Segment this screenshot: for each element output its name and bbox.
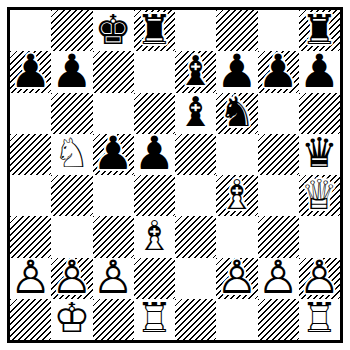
square-c6[interactable] (93, 93, 134, 134)
white-pawn-h2[interactable]: ♟♙ (299, 258, 340, 299)
black-king-c8-glyph: ♚ (95, 10, 132, 50)
white-bishop-f4[interactable]: ♝♗ (216, 175, 257, 216)
black-queen-h5-fill: ♛ (301, 134, 338, 174)
white-king-b1-fill: ♚ (53, 299, 90, 339)
square-d5[interactable]: ♟♟ (134, 134, 175, 175)
black-pawn-c5-fill: ♟ (93, 134, 134, 175)
square-d7[interactable] (134, 51, 175, 92)
square-d1[interactable]: ♜♖ (134, 299, 175, 340)
white-rook-h1[interactable]: ♜♖ (299, 299, 340, 340)
square-d2[interactable] (134, 258, 175, 299)
white-pawn-g2-fill: ♟ (258, 258, 299, 299)
black-pawn-c5-glyph: ♟ (93, 134, 134, 175)
square-b7[interactable]: ♟♟ (51, 51, 92, 92)
white-pawn-a2-glyph: ♙ (10, 258, 51, 299)
square-a1[interactable] (10, 299, 51, 340)
square-d6[interactable] (134, 93, 175, 134)
black-pawn-a7[interactable]: ♟♟ (10, 51, 51, 92)
square-c4[interactable] (93, 175, 134, 216)
black-queen-h5-glyph: ♛ (301, 134, 338, 174)
white-rook-h1-fill: ♜ (301, 299, 338, 339)
square-e6[interactable]: ♝♝ (175, 93, 216, 134)
square-b3[interactable] (51, 216, 92, 257)
square-c8[interactable]: ♚♚ (93, 10, 134, 51)
black-pawn-b7-fill: ♟ (51, 51, 92, 92)
white-pawn-c2-glyph: ♙ (93, 258, 134, 299)
white-pawn-b2[interactable]: ♟♙ (51, 258, 92, 299)
white-knight-b5[interactable]: ♞♘ (51, 134, 92, 175)
square-h1[interactable]: ♜♖ (299, 299, 340, 340)
square-f1[interactable] (216, 299, 257, 340)
black-pawn-h7[interactable]: ♟♟ (299, 51, 340, 92)
square-e4[interactable] (175, 175, 216, 216)
black-pawn-a7-glyph: ♟ (10, 51, 51, 92)
square-f8[interactable] (216, 10, 257, 51)
black-pawn-h7-glyph: ♟ (299, 51, 340, 92)
square-e2[interactable] (175, 258, 216, 299)
square-g3[interactable] (258, 216, 299, 257)
white-pawn-a2-fill: ♟ (10, 258, 51, 299)
chess-board-diagram: ♚♚♜♜♜♜♟♟♟♟♝♝♟♟♟♟♟♟♝♝♞♞♞♘♟♟♟♟♛♛♝♗♛♕♝♗♟♙♟♙… (7, 7, 343, 343)
square-a5[interactable] (10, 134, 51, 175)
square-c3[interactable] (93, 216, 134, 257)
white-pawn-f2[interactable]: ♟♙ (216, 258, 257, 299)
square-h7[interactable]: ♟♟ (299, 51, 340, 92)
black-king-c8-fill: ♚ (95, 10, 132, 50)
black-pawn-f7[interactable]: ♟♟ (216, 51, 257, 92)
white-bishop-f4-glyph: ♗ (218, 175, 255, 215)
square-g5[interactable] (258, 134, 299, 175)
square-f2[interactable]: ♟♙ (216, 258, 257, 299)
white-bishop-d3-glyph: ♗ (136, 216, 173, 256)
white-bishop-d3-fill: ♝ (136, 216, 173, 256)
black-pawn-g7[interactable]: ♟♟ (258, 51, 299, 92)
square-d4[interactable] (134, 175, 175, 216)
white-rook-d1-glyph: ♖ (136, 299, 173, 339)
black-pawn-f7-glyph: ♟ (216, 51, 257, 92)
white-rook-d1[interactable]: ♜♖ (134, 299, 175, 340)
square-g6[interactable] (258, 93, 299, 134)
square-f6[interactable]: ♞♞ (216, 93, 257, 134)
black-bishop-e6-fill: ♝ (177, 93, 214, 133)
square-g2[interactable]: ♟♙ (258, 258, 299, 299)
square-e8[interactable] (175, 10, 216, 51)
square-b4[interactable] (51, 175, 92, 216)
square-a8[interactable] (10, 10, 51, 51)
square-h3[interactable] (299, 216, 340, 257)
square-g7[interactable]: ♟♟ (258, 51, 299, 92)
square-b6[interactable] (51, 93, 92, 134)
black-bishop-e6-glyph: ♝ (177, 93, 214, 133)
square-a4[interactable] (10, 175, 51, 216)
white-rook-d1-fill: ♜ (136, 299, 173, 339)
square-h2[interactable]: ♟♙ (299, 258, 340, 299)
black-pawn-d5[interactable]: ♟♟ (134, 134, 175, 175)
black-knight-f6-glyph: ♞ (218, 93, 255, 133)
square-c1[interactable] (93, 299, 134, 340)
white-pawn-g2-glyph: ♙ (258, 258, 299, 299)
black-pawn-b7-glyph: ♟ (51, 51, 92, 92)
square-b8[interactable] (51, 10, 92, 51)
black-rook-h8-fill: ♜ (301, 10, 338, 50)
black-pawn-g7-glyph: ♟ (258, 51, 299, 92)
black-pawn-f7-fill: ♟ (216, 51, 257, 92)
black-bishop-e7[interactable]: ♝♝ (175, 51, 216, 92)
square-d8[interactable]: ♜♜ (134, 10, 175, 51)
square-a7[interactable]: ♟♟ (10, 51, 51, 92)
white-pawn-c2[interactable]: ♟♙ (93, 258, 134, 299)
white-king-b1[interactable]: ♚♔ (51, 299, 92, 340)
square-e1[interactable] (175, 299, 216, 340)
square-c7[interactable] (93, 51, 134, 92)
black-pawn-h7-fill: ♟ (299, 51, 340, 92)
white-pawn-h2-glyph: ♙ (299, 258, 340, 299)
white-bishop-d3[interactable]: ♝♗ (134, 216, 175, 257)
black-rook-h8-glyph: ♜ (301, 10, 338, 50)
square-f7[interactable]: ♟♟ (216, 51, 257, 92)
white-pawn-a2[interactable]: ♟♙ (10, 258, 51, 299)
black-pawn-d5-fill: ♟ (134, 134, 175, 175)
white-pawn-b2-glyph: ♙ (51, 258, 92, 299)
white-queen-h4[interactable]: ♛♕ (299, 175, 340, 216)
white-pawn-f2-fill: ♟ (216, 258, 257, 299)
white-king-b1-glyph: ♔ (53, 299, 90, 339)
white-pawn-c2-fill: ♟ (93, 258, 134, 299)
square-h8[interactable]: ♜♜ (299, 10, 340, 51)
black-bishop-e6[interactable]: ♝♝ (175, 93, 216, 134)
square-c5[interactable]: ♟♟ (93, 134, 134, 175)
black-rook-d8-glyph: ♜ (136, 10, 173, 50)
white-queen-h4-glyph: ♕ (301, 175, 338, 215)
square-b2[interactable]: ♟♙ (51, 258, 92, 299)
square-a6[interactable] (10, 93, 51, 134)
square-g4[interactable] (258, 175, 299, 216)
square-h5[interactable]: ♛♛ (299, 134, 340, 175)
black-rook-d8[interactable]: ♜♜ (134, 10, 175, 51)
square-d3[interactable]: ♝♗ (134, 216, 175, 257)
square-f4[interactable]: ♝♗ (216, 175, 257, 216)
white-knight-b5-glyph: ♘ (53, 134, 90, 174)
black-rook-d8-fill: ♜ (136, 10, 173, 50)
square-g1[interactable] (258, 299, 299, 340)
black-pawn-b7[interactable]: ♟♟ (51, 51, 92, 92)
white-pawn-b2-fill: ♟ (51, 258, 92, 299)
black-pawn-g7-fill: ♟ (258, 51, 299, 92)
square-b1[interactable]: ♚♔ (51, 299, 92, 340)
square-e3[interactable] (175, 216, 216, 257)
black-knight-f6-fill: ♞ (218, 93, 255, 133)
black-pawn-a7-fill: ♟ (10, 51, 51, 92)
black-king-c8[interactable]: ♚♚ (93, 10, 134, 51)
square-e5[interactable] (175, 134, 216, 175)
black-pawn-d5-glyph: ♟ (134, 134, 175, 175)
black-knight-f6[interactable]: ♞♞ (216, 93, 257, 134)
white-pawn-f2-glyph: ♙ (216, 258, 257, 299)
black-bishop-e7-fill: ♝ (177, 51, 214, 91)
white-bishop-f4-fill: ♝ (218, 175, 255, 215)
white-pawn-g2[interactable]: ♟♙ (258, 258, 299, 299)
square-a2[interactable]: ♟♙ (10, 258, 51, 299)
black-pawn-c5[interactable]: ♟♟ (93, 134, 134, 175)
white-queen-h4-fill: ♛ (301, 175, 338, 215)
white-knight-b5-fill: ♞ (53, 134, 90, 174)
black-queen-h5[interactable]: ♛♛ (299, 134, 340, 175)
black-rook-h8[interactable]: ♜♜ (299, 10, 340, 51)
square-g8[interactable] (258, 10, 299, 51)
chess-board: ♚♚♜♜♜♜♟♟♟♟♝♝♟♟♟♟♟♟♝♝♞♞♞♘♟♟♟♟♛♛♝♗♛♕♝♗♟♙♟♙… (10, 10, 340, 340)
white-rook-h1-glyph: ♖ (301, 299, 338, 339)
square-b5[interactable]: ♞♘ (51, 134, 92, 175)
black-bishop-e7-glyph: ♝ (177, 51, 214, 91)
white-pawn-h2-fill: ♟ (299, 258, 340, 299)
square-a3[interactable] (10, 216, 51, 257)
square-h6[interactable] (299, 93, 340, 134)
square-h4[interactable]: ♛♕ (299, 175, 340, 216)
square-e7[interactable]: ♝♝ (175, 51, 216, 92)
square-f5[interactable] (216, 134, 257, 175)
square-c2[interactable]: ♟♙ (93, 258, 134, 299)
square-f3[interactable] (216, 216, 257, 257)
